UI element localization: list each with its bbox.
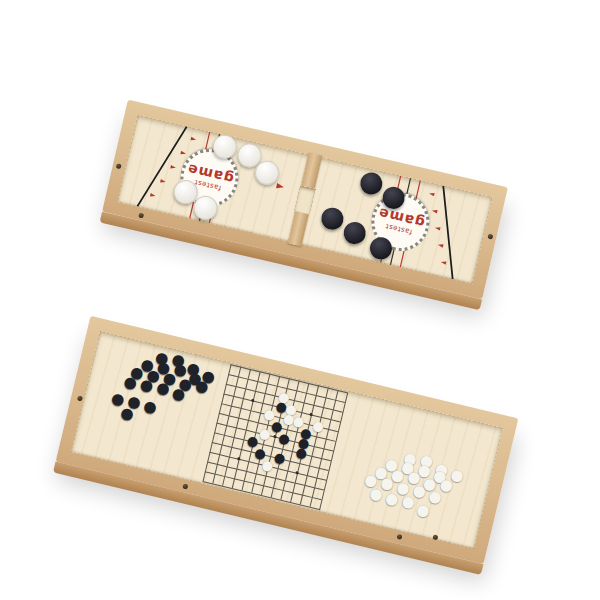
grid-cell	[309, 497, 321, 509]
score-mark	[160, 179, 166, 184]
score-mark	[429, 192, 435, 197]
black-reserve-stone[interactable]: ●	[194, 378, 210, 396]
score-mark	[191, 137, 197, 142]
black-reserve-stone[interactable]: ●	[142, 398, 158, 416]
goal-slot	[294, 185, 315, 214]
white-reserve-stone[interactable]: ●	[415, 502, 431, 520]
black-reserve-stone[interactable]: ●	[155, 380, 171, 398]
score-mark	[435, 226, 441, 231]
white-reserve-stone[interactable]: ●	[368, 486, 384, 504]
white-reserve-stone[interactable]: ●	[400, 493, 416, 511]
score-mark	[150, 193, 156, 198]
product-photo-backdrop: fastest game fastest game ●●●●●●●●●●●●●●…	[0, 0, 600, 600]
score-mark	[437, 243, 443, 248]
score-mark	[170, 165, 176, 170]
elastic-sling-band[interactable]	[423, 186, 472, 280]
score-mark	[432, 209, 438, 214]
black-reserve-stone[interactable]: ●	[139, 377, 155, 395]
goal-arrow	[276, 183, 285, 190]
sling-puck-board: fastest game fastest game	[102, 100, 508, 300]
black-reserve-stone[interactable]: ●	[119, 406, 135, 424]
white-reserve-stone[interactable]: ●	[384, 491, 400, 509]
gomoku-board: ●●●●●●●●●●●●●●●●● ●●●●●●●●●●●●●●●●●●●●●●…	[56, 316, 519, 565]
gomoku-grid: ●●●●●●●●●●●●●●●●●	[202, 364, 348, 510]
score-mark	[440, 260, 446, 265]
black-reserve-stone[interactable]: ●	[171, 386, 187, 404]
black-reserve-stone[interactable]: ●	[122, 374, 138, 392]
score-mark	[180, 151, 186, 156]
